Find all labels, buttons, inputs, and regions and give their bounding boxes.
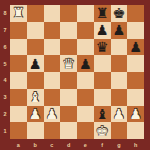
piece-black-pawn[interactable]: ♟	[129, 39, 142, 53]
file-label-g: g	[111, 139, 128, 150]
square-f6[interactable]: ♛	[94, 39, 111, 56]
square-g2[interactable]: ♟	[111, 106, 128, 123]
rank-label-2: 2	[0, 106, 10, 123]
file-label-b: b	[27, 139, 44, 150]
file-label-a: a	[10, 139, 27, 150]
square-g3[interactable]	[111, 89, 128, 106]
square-f4[interactable]	[94, 72, 111, 89]
square-a5[interactable]	[10, 55, 27, 72]
rank-label-6: 6	[0, 39, 10, 56]
square-d7[interactable]	[60, 22, 77, 39]
square-b8[interactable]	[27, 5, 44, 22]
piece-white-bishop[interactable]: ♝	[29, 90, 42, 104]
square-a8[interactable]: ♜	[10, 5, 27, 22]
square-b3[interactable]: ♝	[27, 89, 44, 106]
square-c8[interactable]	[44, 5, 61, 22]
file-label-d: d	[60, 139, 77, 150]
square-a2[interactable]	[10, 106, 27, 123]
square-g4[interactable]	[111, 72, 128, 89]
square-d3[interactable]	[60, 89, 77, 106]
piece-black-pawn[interactable]: ♟	[79, 56, 92, 70]
square-h4[interactable]	[127, 72, 144, 89]
square-e1[interactable]	[77, 122, 94, 139]
board-frame: 87654321 ♜♜♚♟♟♛♟♟♛♟♝♟♟♝♟♟♚ abcdefgh	[0, 0, 150, 150]
square-f1[interactable]: ♚	[94, 122, 111, 139]
square-a1[interactable]	[10, 122, 27, 139]
square-e3[interactable]	[77, 89, 94, 106]
square-h3[interactable]	[127, 89, 144, 106]
square-h5[interactable]	[127, 55, 144, 72]
square-c5[interactable]	[44, 55, 61, 72]
square-e4[interactable]	[77, 72, 94, 89]
piece-white-king[interactable]: ♚	[96, 123, 109, 137]
piece-black-pawn[interactable]: ♟	[96, 23, 109, 37]
square-e7[interactable]	[77, 22, 94, 39]
piece-black-queen[interactable]: ♛	[96, 39, 109, 53]
rank-label-8: 8	[0, 5, 10, 22]
square-d2[interactable]	[60, 106, 77, 123]
piece-white-pawn[interactable]: ♟	[113, 106, 126, 120]
piece-white-rook[interactable]: ♜	[12, 6, 25, 20]
rank-label-1: 1	[0, 122, 10, 139]
square-f8[interactable]: ♜	[94, 5, 111, 22]
rank-label-7: 7	[0, 22, 10, 39]
square-d5[interactable]: ♛	[60, 55, 77, 72]
rank-label-4: 4	[0, 72, 10, 89]
piece-black-rook[interactable]: ♜	[96, 6, 109, 20]
square-g5[interactable]	[111, 55, 128, 72]
rank-label-5: 5	[0, 55, 10, 72]
square-h1[interactable]	[127, 122, 144, 139]
square-c6[interactable]	[44, 39, 61, 56]
square-b4[interactable]	[27, 72, 44, 89]
square-g7[interactable]: ♟	[111, 22, 128, 39]
file-label-h: h	[127, 139, 144, 150]
rank-label-3: 3	[0, 89, 10, 106]
file-label-c: c	[44, 139, 61, 150]
square-d6[interactable]	[60, 39, 77, 56]
piece-white-queen[interactable]: ♛	[62, 56, 75, 70]
square-h2[interactable]: ♟	[127, 106, 144, 123]
square-f3[interactable]	[94, 89, 111, 106]
square-g8[interactable]: ♚	[111, 5, 128, 22]
piece-black-king[interactable]: ♚	[113, 6, 126, 20]
square-a6[interactable]	[10, 39, 27, 56]
square-b6[interactable]	[27, 39, 44, 56]
file-labels: abcdefgh	[10, 139, 144, 150]
piece-black-pawn[interactable]: ♟	[113, 23, 126, 37]
square-e6[interactable]	[77, 39, 94, 56]
square-a3[interactable]	[10, 89, 27, 106]
square-f7[interactable]: ♟	[94, 22, 111, 39]
square-c3[interactable]	[44, 89, 61, 106]
square-h8[interactable]	[127, 5, 144, 22]
square-d4[interactable]	[60, 72, 77, 89]
square-d8[interactable]	[60, 5, 77, 22]
square-c2[interactable]: ♟	[44, 106, 61, 123]
square-a7[interactable]	[10, 22, 27, 39]
square-h6[interactable]: ♟	[127, 39, 144, 56]
square-f2[interactable]: ♝	[94, 106, 111, 123]
square-f5[interactable]	[94, 55, 111, 72]
piece-white-pawn[interactable]: ♟	[129, 106, 142, 120]
square-b7[interactable]	[27, 22, 44, 39]
square-e2[interactable]	[77, 106, 94, 123]
piece-white-pawn[interactable]: ♟	[46, 106, 59, 120]
square-e5[interactable]: ♟	[77, 55, 94, 72]
square-e8[interactable]	[77, 5, 94, 22]
file-label-f: f	[94, 139, 111, 150]
piece-white-pawn[interactable]: ♟	[29, 106, 42, 120]
piece-black-pawn[interactable]: ♟	[29, 56, 42, 70]
square-d1[interactable]	[60, 122, 77, 139]
square-b2[interactable]: ♟	[27, 106, 44, 123]
rank-labels: 87654321	[0, 5, 10, 139]
square-c1[interactable]	[44, 122, 61, 139]
square-a4[interactable]	[10, 72, 27, 89]
square-b5[interactable]: ♟	[27, 55, 44, 72]
square-g1[interactable]	[111, 122, 128, 139]
square-b1[interactable]	[27, 122, 44, 139]
square-c4[interactable]	[44, 72, 61, 89]
chess-board: ♜♜♚♟♟♛♟♟♛♟♝♟♟♝♟♟♚	[10, 5, 144, 139]
square-h7[interactable]	[127, 22, 144, 39]
square-g6[interactable]	[111, 39, 128, 56]
file-label-e: e	[77, 139, 94, 150]
square-c7[interactable]	[44, 22, 61, 39]
piece-black-bishop[interactable]: ♝	[96, 106, 109, 120]
